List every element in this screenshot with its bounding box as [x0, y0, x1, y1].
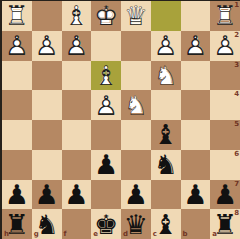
- white-pawn-piece[interactable]: ♟♙: [210, 31, 240, 61]
- square-d6[interactable]: [121, 150, 151, 180]
- square-c1[interactable]: [151, 1, 181, 31]
- square-f4[interactable]: [62, 90, 92, 120]
- white-piece-outline-layer: ♙: [210, 31, 240, 61]
- white-piece-outline-layer: ♙: [151, 31, 181, 61]
- rank-label-6: 6: [234, 151, 239, 158]
- square-c5[interactable]: ♝: [151, 120, 181, 150]
- square-b6[interactable]: [181, 150, 211, 180]
- square-d8[interactable]: ♛d: [121, 209, 151, 239]
- white-piece-outline-layer: ♘: [121, 90, 151, 120]
- black-bishop-piece[interactable]: ♝: [151, 209, 181, 239]
- black-piece-glyph: ♞: [151, 150, 181, 180]
- square-a5[interactable]: 5: [210, 120, 240, 150]
- black-piece-glyph: ♟: [210, 180, 240, 210]
- chess-board: ♜♖♝♗♚♔♛♕♜♖1♟♙♟♙♟♙♟♙♟♙♟♙2♝♗♞♘3♟♙♞♘4♝5♟♞6♟…: [0, 0, 240, 239]
- square-h4[interactable]: [2, 90, 32, 120]
- black-piece-glyph: ♞: [32, 209, 62, 239]
- square-b4[interactable]: [181, 90, 211, 120]
- white-piece-outline-layer: ♘: [151, 61, 181, 91]
- square-e7[interactable]: [91, 180, 121, 210]
- white-piece-outline-layer: ♗: [91, 61, 121, 91]
- white-piece-outline-layer: ♖: [210, 1, 240, 31]
- white-piece-outline-layer: ♙: [2, 31, 32, 61]
- square-c8[interactable]: ♝c: [151, 209, 181, 239]
- square-h7[interactable]: ♟: [2, 180, 32, 210]
- white-rook-piece[interactable]: ♜♖: [2, 1, 32, 31]
- square-g5[interactable]: [32, 120, 62, 150]
- white-piece-outline-layer: ♖: [2, 1, 32, 31]
- square-e3[interactable]: ♝♗: [91, 61, 121, 91]
- square-d3[interactable]: [121, 61, 151, 91]
- square-g6[interactable]: [32, 150, 62, 180]
- square-e8[interactable]: ♚e: [91, 209, 121, 239]
- white-pawn-piece[interactable]: ♟♙: [32, 31, 62, 61]
- white-pawn-piece[interactable]: ♟♙: [62, 31, 92, 61]
- white-pawn-piece[interactable]: ♟♙: [151, 31, 181, 61]
- black-piece-glyph: ♛: [121, 209, 151, 239]
- white-piece-outline-layer: ♔: [91, 1, 121, 31]
- black-piece-glyph: ♟: [181, 180, 211, 210]
- black-piece-glyph: ♜: [210, 209, 240, 239]
- square-d1[interactable]: ♛♕: [121, 1, 151, 31]
- rank-label-3: 3: [234, 62, 239, 69]
- white-piece-outline-layer: ♙: [62, 31, 92, 61]
- square-e2[interactable]: [91, 31, 121, 61]
- black-piece-glyph: ♜: [2, 209, 32, 239]
- black-pawn-piece[interactable]: ♟: [2, 180, 32, 210]
- square-f2[interactable]: ♟♙: [62, 31, 92, 61]
- square-b1[interactable]: [181, 1, 211, 31]
- white-bishop-piece[interactable]: ♝♗: [62, 1, 92, 31]
- square-c2[interactable]: ♟♙: [151, 31, 181, 61]
- square-e5[interactable]: [91, 120, 121, 150]
- white-piece-outline-layer: ♙: [181, 31, 211, 61]
- square-g4[interactable]: [32, 90, 62, 120]
- square-g7[interactable]: ♟: [32, 180, 62, 210]
- square-f3[interactable]: [62, 61, 92, 91]
- square-d4[interactable]: ♞♘: [121, 90, 151, 120]
- square-b3[interactable]: [181, 61, 211, 91]
- square-h8[interactable]: ♜h: [2, 209, 32, 239]
- square-f8[interactable]: f: [62, 209, 92, 239]
- black-piece-glyph: ♟: [121, 180, 151, 210]
- black-piece-glyph: ♟: [62, 180, 92, 210]
- square-g8[interactable]: ♞g: [32, 209, 62, 239]
- square-a1[interactable]: ♜♖1: [210, 1, 240, 31]
- square-b7[interactable]: ♟: [181, 180, 211, 210]
- square-a6[interactable]: 6: [210, 150, 240, 180]
- rank-label-4: 4: [234, 91, 239, 98]
- white-knight-piece[interactable]: ♞♘: [121, 90, 151, 120]
- rank-label-5: 5: [234, 121, 239, 128]
- square-f6[interactable]: [62, 150, 92, 180]
- square-g1[interactable]: [32, 1, 62, 31]
- black-bishop-piece[interactable]: ♝: [151, 120, 181, 150]
- black-pawn-piece[interactable]: ♟: [32, 180, 62, 210]
- square-f1[interactable]: ♝♗: [62, 1, 92, 31]
- square-a7[interactable]: ♟7: [210, 180, 240, 210]
- black-rook-piece[interactable]: ♜: [210, 209, 240, 239]
- square-e4[interactable]: ♟♙: [91, 90, 121, 120]
- square-h5[interactable]: [2, 120, 32, 150]
- black-pawn-piece[interactable]: ♟: [181, 180, 211, 210]
- square-c3[interactable]: ♞♘: [151, 61, 181, 91]
- black-knight-piece[interactable]: ♞: [32, 209, 62, 239]
- square-c6[interactable]: ♞: [151, 150, 181, 180]
- black-piece-glyph: ♟: [91, 150, 121, 180]
- black-pawn-piece[interactable]: ♟: [210, 180, 240, 210]
- black-piece-glyph: ♝: [151, 209, 181, 239]
- black-rook-piece[interactable]: ♜: [2, 209, 32, 239]
- black-pawn-piece[interactable]: ♟: [62, 180, 92, 210]
- square-h1[interactable]: ♜♖: [2, 1, 32, 31]
- square-a4[interactable]: 4: [210, 90, 240, 120]
- square-d7[interactable]: ♟: [121, 180, 151, 210]
- white-piece-outline-layer: ♙: [32, 31, 62, 61]
- black-piece-glyph: ♚: [91, 209, 121, 239]
- square-c7[interactable]: [151, 180, 181, 210]
- white-piece-outline-layer: ♕: [121, 1, 151, 31]
- square-e6[interactable]: ♟: [91, 150, 121, 180]
- black-piece-glyph: ♟: [32, 180, 62, 210]
- square-e1[interactable]: ♚♔: [91, 1, 121, 31]
- square-h6[interactable]: [2, 150, 32, 180]
- white-king-piece[interactable]: ♚♔: [91, 1, 121, 31]
- white-piece-outline-layer: ♙: [91, 90, 121, 120]
- white-queen-piece[interactable]: ♛♕: [121, 1, 151, 31]
- black-piece-glyph: ♟: [2, 180, 32, 210]
- white-bishop-piece[interactable]: ♝♗: [91, 61, 121, 91]
- square-h2[interactable]: ♟♙: [2, 31, 32, 61]
- square-f7[interactable]: ♟: [62, 180, 92, 210]
- black-queen-piece[interactable]: ♛: [121, 209, 151, 239]
- square-b5[interactable]: [181, 120, 211, 150]
- square-b8[interactable]: b: [181, 209, 211, 239]
- black-pawn-piece[interactable]: ♟: [91, 150, 121, 180]
- white-rook-piece[interactable]: ♜♖: [210, 1, 240, 31]
- white-pawn-piece[interactable]: ♟♙: [91, 90, 121, 120]
- square-g3[interactable]: [32, 61, 62, 91]
- square-h3[interactable]: [2, 61, 32, 91]
- black-knight-piece[interactable]: ♞: [151, 150, 181, 180]
- white-knight-piece[interactable]: ♞♘: [151, 61, 181, 91]
- square-b2[interactable]: ♟♙: [181, 31, 211, 61]
- square-a8[interactable]: ♜8a: [210, 209, 240, 239]
- board-grid: ♜♖♝♗♚♔♛♕♜♖1♟♙♟♙♟♙♟♙♟♙♟♙2♝♗♞♘3♟♙♞♘4♝5♟♞6♟…: [2, 1, 240, 239]
- black-pawn-piece[interactable]: ♟: [121, 180, 151, 210]
- square-a2[interactable]: ♟♙2: [210, 31, 240, 61]
- square-d5[interactable]: [121, 120, 151, 150]
- white-pawn-piece[interactable]: ♟♙: [181, 31, 211, 61]
- square-c4[interactable]: [151, 90, 181, 120]
- file-label-b: b: [183, 231, 188, 238]
- square-a3[interactable]: 3: [210, 61, 240, 91]
- black-king-piece[interactable]: ♚: [91, 209, 121, 239]
- file-label-f: f: [64, 231, 67, 238]
- square-f5[interactable]: [62, 120, 92, 150]
- white-pawn-piece[interactable]: ♟♙: [2, 31, 32, 61]
- white-piece-outline-layer: ♗: [62, 1, 92, 31]
- black-piece-glyph: ♝: [151, 120, 181, 150]
- square-d2[interactable]: [121, 31, 151, 61]
- square-g2[interactable]: ♟♙: [32, 31, 62, 61]
